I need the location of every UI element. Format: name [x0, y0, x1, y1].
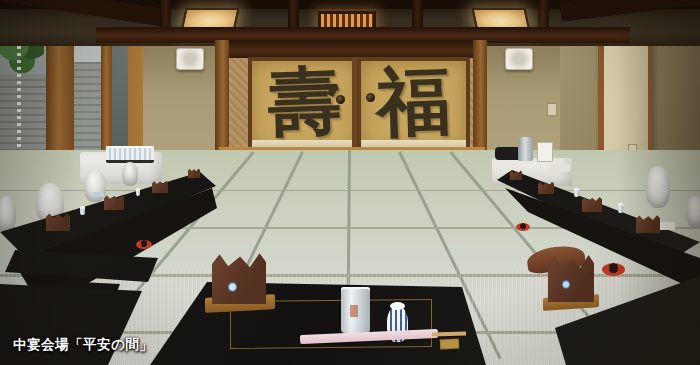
glass-r1 — [574, 188, 579, 197]
pot-stand-l1 — [46, 212, 70, 231]
floor-ashtray-right1 — [516, 223, 530, 231]
pot-stand-r3 — [538, 181, 554, 194]
hot-water-pot — [518, 137, 533, 161]
pot-stand-l2 — [104, 194, 124, 210]
chair-cover-5 — [646, 166, 670, 208]
menu-card-stand — [537, 142, 553, 162]
glass-tray — [106, 146, 154, 163]
wall-speaker-left — [176, 48, 204, 70]
card-white — [660, 222, 675, 230]
photo-caption: 中宴会場「平安の間」 — [13, 336, 153, 354]
panel-pull-right — [366, 93, 375, 102]
pot-stand-r1 — [636, 214, 660, 233]
chair-cover-4 — [122, 162, 138, 186]
pot-stand-l3 — [152, 180, 168, 193]
pot-stand-r4 — [510, 170, 522, 180]
sake-bottle-cap — [390, 302, 405, 310]
calligraphy-panel-right: 福 — [357, 57, 470, 155]
pot-stand-front-center — [212, 250, 266, 304]
pot-stand-glint-center — [228, 282, 237, 292]
panel-divider — [352, 57, 357, 147]
calligraphy-fuku: 福 — [359, 51, 467, 151]
pot-stand-r2 — [582, 196, 602, 212]
rain-chain — [17, 30, 21, 168]
panel-pull-left — [336, 95, 345, 104]
stage-sidewall-left — [229, 58, 248, 148]
ceiling-rib-2 — [288, 0, 299, 30]
napkin-blue — [93, 192, 104, 197]
floor-ashtray-right2 — [602, 263, 625, 276]
chair-cover-6 — [686, 196, 700, 228]
table-maker-label — [440, 339, 459, 350]
light-switch — [547, 103, 557, 116]
ceiling-rib-4 — [538, 0, 549, 30]
ceiling-rib-3 — [412, 0, 423, 30]
glass-r2 — [618, 203, 623, 213]
banquet-hall-photo: 壽 福 — [0, 0, 700, 365]
pot-stand-front-right — [548, 252, 594, 302]
telephone — [550, 164, 570, 172]
chair-cover-3 — [84, 170, 106, 202]
glass-l2 — [136, 188, 140, 196]
wall-speaker-right — [505, 48, 533, 70]
door-panel — [604, 36, 648, 162]
glass-label — [350, 305, 358, 317]
glass-l1 — [80, 206, 85, 215]
calligraphy-panel-left: 壽 — [248, 57, 361, 155]
floor-ashtray-left — [136, 240, 152, 249]
chair-cover-1 — [0, 196, 16, 232]
ceiling-rib-1 — [160, 0, 171, 30]
pot-stand-glint-right — [562, 280, 570, 289]
pot-stand-l4 — [188, 168, 200, 178]
